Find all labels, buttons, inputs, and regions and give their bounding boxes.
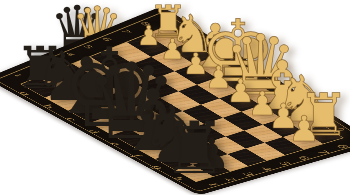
piece-camel-pawn-h7[interactable]: ♟: [288, 111, 320, 146]
chess-set-photo: ♛♛ abcdefgh abcdefgh 87654321 87654321 ♜…: [0, 0, 350, 195]
piece-black-rook-h1[interactable]: ♜: [162, 113, 227, 185]
